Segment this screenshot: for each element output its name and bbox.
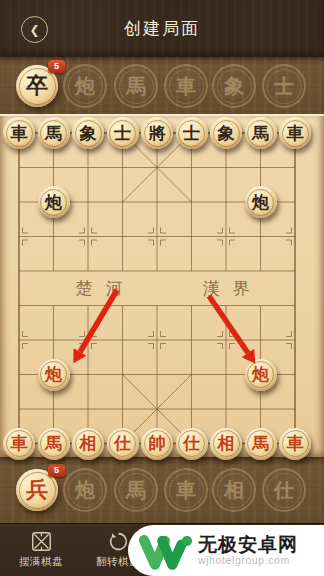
back-arrow-icon: ❮ <box>29 23 39 37</box>
piece-char: 仕 <box>183 432 200 455</box>
board-grid <box>0 114 324 457</box>
board-piece-red[interactable]: 相 <box>210 428 242 460</box>
red-piece-tray: 兵 5 炮 馬 車 相 仕 <box>0 457 324 523</box>
board-piece-black[interactable]: 將 <box>141 117 173 149</box>
piece-char: 炮 <box>252 191 269 214</box>
header-bar: ❮ 创建局面 <box>0 0 324 57</box>
piece-char: 馬 <box>45 432 62 455</box>
board-piece-red[interactable]: 帥 <box>141 428 173 460</box>
board-piece-black[interactable]: 車 <box>279 117 311 149</box>
piece-char: 炮 <box>252 363 269 386</box>
piece-char: 士 <box>183 122 200 145</box>
board-piece-black[interactable]: 象 <box>210 117 242 149</box>
page-title: 创建局面 <box>0 0 324 57</box>
board-piece-black[interactable]: 象 <box>72 117 104 149</box>
board-piece-black[interactable]: 炮 <box>38 186 70 218</box>
piece-char: 馬 <box>252 122 269 145</box>
piece-char: 相 <box>80 432 97 455</box>
piece-char: 仕 <box>114 432 131 455</box>
piece-char: 將 <box>149 122 166 145</box>
piece-char: 兵 <box>26 475 48 505</box>
board-piece-black[interactable]: 馬 <box>38 117 70 149</box>
piece-char: 帥 <box>149 432 166 455</box>
board-piece-red[interactable]: 馬 <box>245 428 277 460</box>
black-piece-tray: 卒 5 炮 馬 車 象 士 <box>0 57 324 114</box>
fill-board-button[interactable]: 摆满棋盘 <box>19 531 63 569</box>
app-screen: ❮ 创建局面 卒 5 炮 馬 車 象 士 楚河 漢界 <box>0 0 324 576</box>
tray-ghost-red-cannon[interactable]: 炮 <box>63 468 107 512</box>
board-piece-red[interactable]: 炮 <box>38 359 70 391</box>
piece-char: 車 <box>287 432 304 455</box>
board-piece-black[interactable]: 士 <box>107 117 139 149</box>
river-label-left: 楚河 <box>63 277 136 300</box>
tray-piece-black-soldier[interactable]: 卒 5 <box>16 65 58 107</box>
piece-char: 象 <box>80 122 97 145</box>
board-piece-red[interactable]: 炮 <box>245 359 277 391</box>
board-piece-red[interactable]: 車 <box>3 428 35 460</box>
board-piece-red[interactable]: 相 <box>72 428 104 460</box>
piece-char: 車 <box>11 432 28 455</box>
tray-ghost-red-advisor[interactable]: 仕 <box>262 468 306 512</box>
back-button[interactable]: ❮ <box>21 16 48 43</box>
watermark-logo-icon <box>137 529 193 573</box>
piece-char: 卒 <box>26 71 48 101</box>
tray-ghost-red-chariot[interactable]: 車 <box>164 468 208 512</box>
tray-ghost-black-cannon[interactable]: 炮 <box>63 64 107 108</box>
piece-char: 相 <box>218 432 235 455</box>
piece-char: 馬 <box>252 432 269 455</box>
board-piece-red[interactable]: 仕 <box>107 428 139 460</box>
flip-board-icon <box>108 531 129 552</box>
tray-ghost-red-horse[interactable]: 馬 <box>114 468 158 512</box>
piece-char: 士 <box>114 122 131 145</box>
xiangqi-board[interactable]: 楚河 漢界 車馬象士將士象馬車炮炮炮炮車馬相仕帥仕相馬車 <box>0 114 324 457</box>
watermark: 无极安卓网 wjhotelgroup.com <box>128 525 324 576</box>
tray-ghost-black-horse[interactable]: 馬 <box>114 64 158 108</box>
piece-char: 車 <box>11 122 28 145</box>
tray-ghost-black-elephant[interactable]: 象 <box>212 64 256 108</box>
board-piece-red[interactable]: 仕 <box>176 428 208 460</box>
tray-ghost-black-chariot[interactable]: 車 <box>164 64 208 108</box>
fill-board-icon <box>31 531 52 552</box>
board-piece-black[interactable]: 車 <box>3 117 35 149</box>
tray-ghost-black-advisor[interactable]: 士 <box>262 64 306 108</box>
board-piece-red[interactable]: 車 <box>279 428 311 460</box>
piece-char: 馬 <box>45 122 62 145</box>
river-label-right: 漢界 <box>190 277 263 300</box>
watermark-title: 无极安卓网 <box>198 534 298 555</box>
board-piece-red[interactable]: 馬 <box>38 428 70 460</box>
piece-char: 炮 <box>45 191 62 214</box>
piece-char: 象 <box>218 122 235 145</box>
piece-char: 炮 <box>45 363 62 386</box>
piece-char: 車 <box>287 122 304 145</box>
board-piece-black[interactable]: 士 <box>176 117 208 149</box>
board-piece-black[interactable]: 馬 <box>245 117 277 149</box>
board-piece-black[interactable]: 炮 <box>245 186 277 218</box>
tray-piece-red-soldier[interactable]: 兵 5 <box>16 469 58 511</box>
watermark-domain: wjhotelgroup.com <box>198 555 298 567</box>
tray-ghost-red-elephant[interactable]: 相 <box>212 468 256 512</box>
